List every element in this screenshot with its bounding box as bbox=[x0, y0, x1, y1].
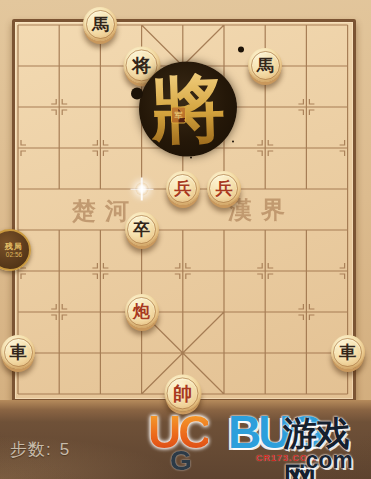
intersection-6-8[interactable] bbox=[245, 333, 286, 374]
piece-red-兵[interactable]: 兵 bbox=[166, 171, 200, 205]
piece-black-車[interactable]: 車 bbox=[331, 335, 365, 369]
piece-red-炮[interactable]: 炮 bbox=[125, 294, 159, 328]
intersection-3-2[interactable] bbox=[121, 87, 162, 128]
intersection-1-2[interactable] bbox=[39, 87, 80, 128]
intersection-2-3[interactable] bbox=[80, 128, 121, 169]
intersection-8-1[interactable] bbox=[327, 46, 368, 87]
intersection-3-0[interactable] bbox=[121, 5, 162, 46]
intersection-2-0[interactable]: 馬 bbox=[80, 5, 121, 46]
game-screen: 楚河 漢界 馬将馬兵兵卒炮車車帥 將 军 残局 02:56 步数:5 UC BU… bbox=[0, 0, 371, 479]
intersection-6-2[interactable] bbox=[245, 87, 286, 128]
intersection-1-4[interactable] bbox=[39, 169, 80, 210]
intersection-7-9[interactable] bbox=[286, 374, 327, 415]
intersection-0-4[interactable] bbox=[0, 169, 39, 210]
piece-black-卒[interactable]: 卒 bbox=[125, 212, 159, 246]
intersection-0-8[interactable]: 車 bbox=[0, 333, 39, 374]
badge-title: 残局 bbox=[0, 242, 23, 251]
intersection-7-7[interactable] bbox=[286, 292, 327, 333]
last-move-marker bbox=[135, 183, 148, 196]
intersection-8-3[interactable] bbox=[327, 128, 368, 169]
intersection-5-8[interactable] bbox=[203, 333, 244, 374]
intersection-5-9[interactable] bbox=[203, 374, 244, 415]
intersection-1-1[interactable] bbox=[39, 46, 80, 87]
intersection-8-4[interactable] bbox=[327, 169, 368, 210]
intersection-4-5[interactable] bbox=[162, 210, 203, 251]
intersection-0-1[interactable] bbox=[0, 46, 39, 87]
intersection-4-2[interactable] bbox=[162, 87, 203, 128]
intersection-8-2[interactable] bbox=[327, 87, 368, 128]
intersection-8-5[interactable] bbox=[327, 210, 368, 251]
intersection-4-6[interactable] bbox=[162, 251, 203, 292]
intersection-7-8[interactable] bbox=[286, 333, 327, 374]
intersection-3-6[interactable] bbox=[121, 251, 162, 292]
intersection-4-3[interactable] bbox=[162, 128, 203, 169]
intersection-5-0[interactable] bbox=[203, 5, 244, 46]
intersection-3-5[interactable]: 卒 bbox=[121, 210, 162, 251]
intersection-7-6[interactable] bbox=[286, 251, 327, 292]
intersection-3-4[interactable] bbox=[121, 169, 162, 210]
intersection-5-1[interactable] bbox=[203, 46, 244, 87]
intersection-6-7[interactable] bbox=[245, 292, 286, 333]
intersection-5-5[interactable] bbox=[203, 210, 244, 251]
step-counter-label: 步数: bbox=[10, 440, 52, 459]
intersection-6-3[interactable] bbox=[245, 128, 286, 169]
intersection-0-0[interactable] bbox=[0, 5, 39, 46]
intersection-2-2[interactable] bbox=[80, 87, 121, 128]
piece-black-馬[interactable]: 馬 bbox=[248, 48, 282, 82]
intersection-7-1[interactable] bbox=[286, 46, 327, 87]
intersection-3-1[interactable]: 将 bbox=[121, 46, 162, 87]
intersection-2-9[interactable] bbox=[80, 374, 121, 415]
intersection-0-9[interactable] bbox=[0, 374, 39, 415]
intersection-4-4[interactable]: 兵 bbox=[162, 169, 203, 210]
intersection-5-3[interactable] bbox=[203, 128, 244, 169]
piece-glyph: 将 bbox=[132, 55, 151, 75]
intersection-5-6[interactable] bbox=[203, 251, 244, 292]
piece-glyph: 車 bbox=[339, 343, 356, 361]
piece-black-車[interactable]: 車 bbox=[1, 335, 35, 369]
intersection-1-9[interactable] bbox=[39, 374, 80, 415]
intersection-1-0[interactable] bbox=[39, 5, 80, 46]
badge-timer: 02:56 bbox=[0, 251, 22, 259]
intersection-0-7[interactable] bbox=[0, 292, 39, 333]
intersection-1-3[interactable] bbox=[39, 128, 80, 169]
piece-glyph: 兵 bbox=[215, 179, 232, 197]
step-counter: 步数:5 bbox=[10, 438, 70, 461]
intersection-4-9[interactable]: 帥 bbox=[162, 374, 203, 415]
intersection-2-7[interactable] bbox=[80, 292, 121, 333]
intersection-6-0[interactable] bbox=[245, 5, 286, 46]
intersection-1-6[interactable] bbox=[39, 251, 80, 292]
intersection-3-7[interactable]: 炮 bbox=[121, 292, 162, 333]
intersection-1-8[interactable] bbox=[39, 333, 80, 374]
intersection-3-8[interactable] bbox=[121, 333, 162, 374]
board-grid: 馬将馬兵兵卒炮車車帥 bbox=[0, 5, 368, 415]
intersection-4-8[interactable] bbox=[162, 333, 203, 374]
intersection-2-5[interactable] bbox=[80, 210, 121, 251]
piece-glyph: 兵 bbox=[174, 179, 191, 197]
intersection-4-1[interactable] bbox=[162, 46, 203, 87]
intersection-3-3[interactable] bbox=[121, 128, 162, 169]
piece-red-兵[interactable]: 兵 bbox=[207, 171, 241, 205]
piece-glyph: 馬 bbox=[92, 15, 109, 33]
intersection-8-8[interactable]: 車 bbox=[327, 333, 368, 374]
intersection-2-4[interactable] bbox=[80, 169, 121, 210]
intersection-2-1[interactable] bbox=[80, 46, 121, 87]
piece-black-馬[interactable]: 馬 bbox=[83, 7, 117, 41]
step-counter-value: 5 bbox=[60, 440, 70, 459]
intersection-4-7[interactable] bbox=[162, 292, 203, 333]
intersection-7-4[interactable] bbox=[286, 169, 327, 210]
intersection-8-0[interactable] bbox=[327, 5, 368, 46]
intersection-5-2[interactable] bbox=[203, 87, 244, 128]
piece-red-帥[interactable]: 帥 bbox=[164, 374, 201, 411]
intersection-8-6[interactable] bbox=[327, 251, 368, 292]
intersection-8-9[interactable] bbox=[327, 374, 368, 415]
intersection-7-0[interactable] bbox=[286, 5, 327, 46]
intersection-6-1[interactable]: 馬 bbox=[245, 46, 286, 87]
intersection-0-2[interactable] bbox=[0, 87, 39, 128]
intersection-8-7[interactable] bbox=[327, 292, 368, 333]
intersection-5-7[interactable] bbox=[203, 292, 244, 333]
intersection-4-0[interactable] bbox=[162, 5, 203, 46]
piece-glyph: 馬 bbox=[257, 56, 274, 74]
intersection-1-7[interactable] bbox=[39, 292, 80, 333]
intersection-6-4[interactable] bbox=[245, 169, 286, 210]
intersection-5-4[interactable]: 兵 bbox=[203, 169, 244, 210]
piece-glyph: 帥 bbox=[173, 383, 192, 403]
intersection-1-5[interactable] bbox=[39, 210, 80, 251]
piece-glyph: 卒 bbox=[133, 220, 150, 238]
intersection-3-9[interactable] bbox=[121, 374, 162, 415]
intersection-7-5[interactable] bbox=[286, 210, 327, 251]
intersection-2-8[interactable] bbox=[80, 333, 121, 374]
intersection-6-9[interactable] bbox=[245, 374, 286, 415]
intersection-0-3[interactable] bbox=[0, 128, 39, 169]
intersection-7-3[interactable] bbox=[286, 128, 327, 169]
intersection-6-6[interactable] bbox=[245, 251, 286, 292]
piece-glyph: 車 bbox=[10, 343, 27, 361]
intersection-7-2[interactable] bbox=[286, 87, 327, 128]
piece-glyph: 炮 bbox=[133, 302, 150, 320]
intersection-6-5[interactable] bbox=[245, 210, 286, 251]
piece-black-将[interactable]: 将 bbox=[123, 46, 160, 83]
intersection-2-6[interactable] bbox=[80, 251, 121, 292]
